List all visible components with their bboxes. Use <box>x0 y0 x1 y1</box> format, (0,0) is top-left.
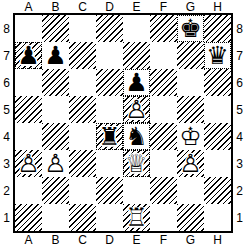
square-a2[interactable] <box>15 177 42 204</box>
black-pawn: ♟ <box>15 42 42 69</box>
black-knight-halo: ♞ <box>123 123 150 150</box>
black-rook: ♜ <box>96 123 123 150</box>
rank-label-8: 8 <box>236 22 243 36</box>
square-a5[interactable] <box>15 96 42 123</box>
white-pawn-halo: ♟ <box>15 150 42 177</box>
square-f5[interactable] <box>150 96 177 123</box>
square-b7[interactable]: ♟♟ <box>42 42 69 69</box>
black-pawn-halo: ♟ <box>42 42 69 69</box>
file-label-d: D <box>105 0 114 14</box>
square-c6[interactable] <box>69 69 96 96</box>
square-c3[interactable] <box>69 150 96 177</box>
square-g2[interactable] <box>177 177 204 204</box>
white-king-halo: ♚ <box>177 123 204 150</box>
square-h5[interactable] <box>204 96 231 123</box>
square-a1[interactable] <box>15 204 42 231</box>
file-label-a: A <box>24 0 32 14</box>
square-d1[interactable] <box>96 204 123 231</box>
square-f6[interactable] <box>150 69 177 96</box>
square-h7[interactable]: ♛♛ <box>204 42 231 69</box>
file-label-g: G <box>186 0 195 14</box>
black-pawn-halo: ♟ <box>15 42 42 69</box>
square-f8[interactable] <box>150 15 177 42</box>
square-g5[interactable] <box>177 96 204 123</box>
square-e7[interactable] <box>123 42 150 69</box>
square-d3[interactable] <box>96 150 123 177</box>
square-g7[interactable] <box>177 42 204 69</box>
file-labels-bottom: A B C D E F G H <box>13 233 233 246</box>
white-rook-halo: ♜ <box>123 204 150 231</box>
square-a7[interactable]: ♟♟ <box>15 42 42 69</box>
square-f1[interactable] <box>150 204 177 231</box>
white-queen-halo: ♛ <box>123 150 150 177</box>
black-pawn: ♟ <box>123 69 150 96</box>
rank-label-6: 6 <box>236 76 243 90</box>
chess-diagram: A B C D E F G H 8 7 6 5 4 3 2 1 ♚♚♟♟♟♟♛♛… <box>0 0 246 246</box>
rank-labels-left: 8 7 6 5 4 3 2 1 <box>0 13 13 233</box>
file-label-h: H <box>213 0 222 14</box>
square-g1[interactable] <box>177 204 204 231</box>
rank-label-4: 4 <box>3 130 10 144</box>
square-d4[interactable]: ♜♜ <box>96 123 123 150</box>
square-a8[interactable] <box>15 15 42 42</box>
file-label-e: E <box>132 233 140 246</box>
white-king: ♔ <box>177 123 204 150</box>
square-h8[interactable] <box>204 15 231 42</box>
square-e8[interactable] <box>123 15 150 42</box>
square-e1[interactable]: ♜♖ <box>123 204 150 231</box>
square-c4[interactable] <box>69 123 96 150</box>
square-d8[interactable] <box>96 15 123 42</box>
white-pawn: ♙ <box>177 150 204 177</box>
black-queen-halo: ♛ <box>204 42 231 69</box>
square-h4[interactable] <box>204 123 231 150</box>
square-b3[interactable]: ♟♙ <box>42 150 69 177</box>
file-label-c: C <box>78 233 87 246</box>
square-h1[interactable] <box>204 204 231 231</box>
square-d7[interactable] <box>96 42 123 69</box>
rank-label-8: 8 <box>3 22 10 36</box>
square-d2[interactable] <box>96 177 123 204</box>
square-f7[interactable] <box>150 42 177 69</box>
rank-label-7: 7 <box>3 49 10 63</box>
corner-bottom-left <box>0 233 13 246</box>
square-e6[interactable]: ♟♟ <box>123 69 150 96</box>
white-pawn: ♙ <box>123 96 150 123</box>
corner-top-right <box>233 0 246 13</box>
rank-label-7: 7 <box>236 49 243 63</box>
square-a3[interactable]: ♟♙ <box>15 150 42 177</box>
board-frame: ♚♚♟♟♟♟♛♛♟♟♟♙♜♜♞♞♚♔♟♙♟♙♛♕♟♙♜♖ <box>13 13 233 233</box>
black-pawn: ♟ <box>42 42 69 69</box>
corner-bottom-right <box>233 233 246 246</box>
square-d6[interactable] <box>96 69 123 96</box>
file-labels-top: A B C D E F G H <box>13 0 233 13</box>
black-rook-halo: ♜ <box>96 123 123 150</box>
rank-label-1: 1 <box>3 211 10 225</box>
square-g3[interactable]: ♟♙ <box>177 150 204 177</box>
rank-label-2: 2 <box>236 184 243 198</box>
rank-label-3: 3 <box>3 157 10 171</box>
file-label-b: B <box>51 233 59 246</box>
white-pawn-halo: ♟ <box>42 150 69 177</box>
white-pawn-halo: ♟ <box>177 150 204 177</box>
square-c1[interactable] <box>69 204 96 231</box>
square-c5[interactable] <box>69 96 96 123</box>
square-c2[interactable] <box>69 177 96 204</box>
square-g8[interactable]: ♚♚ <box>177 15 204 42</box>
square-e5[interactable]: ♟♙ <box>123 96 150 123</box>
black-king-halo: ♚ <box>177 15 204 42</box>
square-c7[interactable] <box>69 42 96 69</box>
square-e2[interactable] <box>123 177 150 204</box>
square-b1[interactable] <box>42 204 69 231</box>
file-label-c: C <box>78 0 87 14</box>
file-label-e: E <box>132 0 140 14</box>
file-label-f: F <box>160 0 167 14</box>
square-b5[interactable] <box>42 96 69 123</box>
square-f4[interactable] <box>150 123 177 150</box>
black-queen: ♛ <box>204 42 231 69</box>
rank-label-5: 5 <box>236 103 243 117</box>
square-h2[interactable] <box>204 177 231 204</box>
black-pawn-halo: ♟ <box>123 69 150 96</box>
square-b6[interactable] <box>42 69 69 96</box>
white-pawn: ♙ <box>15 150 42 177</box>
white-rook: ♖ <box>123 204 150 231</box>
white-pawn: ♙ <box>42 150 69 177</box>
square-e3[interactable]: ♛♕ <box>123 150 150 177</box>
square-c8[interactable] <box>69 15 96 42</box>
corner-top-left <box>0 0 13 13</box>
square-a6[interactable] <box>15 69 42 96</box>
square-b4[interactable] <box>42 123 69 150</box>
square-a4[interactable] <box>15 123 42 150</box>
white-queen: ♕ <box>123 150 150 177</box>
square-f3[interactable] <box>150 150 177 177</box>
square-h6[interactable] <box>204 69 231 96</box>
black-knight: ♞ <box>123 123 150 150</box>
square-b8[interactable] <box>42 15 69 42</box>
file-label-f: F <box>160 233 167 246</box>
square-d5[interactable] <box>96 96 123 123</box>
square-g4[interactable]: ♚♔ <box>177 123 204 150</box>
file-label-b: B <box>51 0 59 14</box>
rank-label-5: 5 <box>3 103 10 117</box>
black-king: ♚ <box>177 15 204 42</box>
file-label-a: A <box>24 233 32 246</box>
file-label-g: G <box>186 233 195 246</box>
square-e4[interactable]: ♞♞ <box>123 123 150 150</box>
square-h3[interactable] <box>204 150 231 177</box>
square-f2[interactable] <box>150 177 177 204</box>
rank-label-1: 1 <box>236 211 243 225</box>
rank-label-6: 6 <box>3 76 10 90</box>
file-label-d: D <box>105 233 114 246</box>
square-g6[interactable] <box>177 69 204 96</box>
rank-labels-right: 8 7 6 5 4 3 2 1 <box>233 13 246 233</box>
board: ♚♚♟♟♟♟♛♛♟♟♟♙♜♜♞♞♚♔♟♙♟♙♛♕♟♙♜♖ <box>15 15 231 231</box>
rank-label-2: 2 <box>3 184 10 198</box>
square-b2[interactable] <box>42 177 69 204</box>
white-pawn-halo: ♟ <box>123 96 150 123</box>
rank-label-4: 4 <box>236 130 243 144</box>
file-label-h: H <box>213 233 222 246</box>
rank-label-3: 3 <box>236 157 243 171</box>
